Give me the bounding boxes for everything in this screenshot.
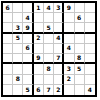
cell-r6c5[interactable] xyxy=(44,54,54,64)
cell-r2c1[interactable] xyxy=(3,13,13,23)
given-digit: 4 xyxy=(25,15,29,21)
cell-r6c7[interactable] xyxy=(64,54,74,64)
cell-r7c6[interactable] xyxy=(54,64,64,74)
cell-r1c6[interactable]: 3 xyxy=(54,3,64,13)
given-digit: 9 xyxy=(36,55,40,61)
cell-r8c2[interactable]: 8 xyxy=(13,75,23,85)
cell-r2c3[interactable]: 4 xyxy=(23,13,33,23)
cell-r6c4[interactable]: 9 xyxy=(34,54,44,64)
given-digit: 2 xyxy=(36,35,40,41)
cell-r1c4[interactable]: 1 xyxy=(34,3,44,13)
cell-r1c5[interactable]: 4 xyxy=(44,3,54,13)
cell-r5c8[interactable] xyxy=(75,44,85,54)
cell-r8c6[interactable] xyxy=(54,75,64,85)
cell-r6c2[interactable] xyxy=(13,54,23,64)
cell-r8c1[interactable] xyxy=(3,75,13,85)
given-digit: 3 xyxy=(67,66,71,72)
cell-r8c8[interactable] xyxy=(75,75,85,85)
cell-r3c3[interactable]: 9 xyxy=(23,23,33,33)
cell-r9c1[interactable] xyxy=(3,85,13,95)
cell-r3c2[interactable]: 3 xyxy=(13,23,23,33)
given-digit: 4 xyxy=(67,45,71,51)
cell-r4c8[interactable] xyxy=(75,34,85,44)
cell-r7c2[interactable] xyxy=(13,64,23,74)
cell-r5c7[interactable]: 4 xyxy=(64,44,74,54)
cell-r6c8[interactable]: 8 xyxy=(75,54,85,64)
cell-r7c9[interactable] xyxy=(85,64,95,74)
given-digit: 5 xyxy=(16,35,20,41)
cell-r1c8[interactable] xyxy=(75,3,85,13)
cell-r4c3[interactable] xyxy=(23,34,33,44)
given-digit: 1 xyxy=(36,5,40,11)
cell-r2c8[interactable]: 6 xyxy=(75,13,85,23)
cell-r5c9[interactable] xyxy=(85,44,95,54)
given-digit: 5 xyxy=(77,66,81,72)
cell-r8c4[interactable] xyxy=(34,75,44,85)
cell-r5c3[interactable]: 6 xyxy=(23,44,33,54)
given-digit: 7 xyxy=(46,87,50,93)
cell-r5c1[interactable] xyxy=(3,44,13,54)
given-digit: 2 xyxy=(67,76,71,82)
cell-r2c5[interactable] xyxy=(44,13,54,23)
cell-r9c4[interactable]: 6 xyxy=(34,85,44,95)
cell-r9c8[interactable] xyxy=(75,85,85,95)
cell-r6c6[interactable]: 7 xyxy=(54,54,64,64)
cell-r1c2[interactable] xyxy=(13,3,23,13)
cell-r9c3[interactable]: 5 xyxy=(23,85,33,95)
cell-r9c5[interactable]: 7 xyxy=(44,85,54,95)
cell-r2c2[interactable] xyxy=(13,13,23,23)
cell-r2c6[interactable] xyxy=(54,13,64,23)
cell-r8c9[interactable] xyxy=(85,75,95,85)
given-digit: 5 xyxy=(25,87,29,93)
given-digit: 4 xyxy=(56,35,60,41)
given-digit: 8 xyxy=(77,55,81,61)
given-digit: 6 xyxy=(6,5,10,11)
cell-r2c4[interactable] xyxy=(34,13,44,23)
given-digit: 8 xyxy=(16,76,20,82)
cell-r1c9[interactable] xyxy=(85,3,95,13)
cell-r9c7[interactable] xyxy=(64,85,74,95)
cell-r1c3[interactable] xyxy=(23,3,33,13)
cell-r3c5[interactable]: 5 xyxy=(44,23,54,33)
cell-r8c5[interactable] xyxy=(44,75,54,85)
given-digit: 8 xyxy=(46,66,50,72)
given-digit: 4 xyxy=(88,87,92,93)
cell-r7c3[interactable] xyxy=(23,64,33,74)
cell-r4c9[interactable] xyxy=(85,34,95,44)
cell-r3c1[interactable] xyxy=(3,23,13,33)
cell-r8c3[interactable] xyxy=(23,75,33,85)
cell-r8c7[interactable]: 2 xyxy=(64,75,74,85)
cell-r4c4[interactable]: 2 xyxy=(34,34,44,44)
given-digit: 4 xyxy=(46,5,50,11)
cell-r1c1[interactable]: 6 xyxy=(3,3,13,13)
cell-r3c7[interactable] xyxy=(64,23,74,33)
cell-r5c5[interactable] xyxy=(44,44,54,54)
cell-r5c4[interactable] xyxy=(34,44,44,54)
cell-r9c2[interactable] xyxy=(13,85,23,95)
sudoku-app: 6143946395524649788358256724 xyxy=(0,0,100,100)
cell-r7c1[interactable] xyxy=(3,64,13,74)
given-digit: 2 xyxy=(56,87,60,93)
cell-r4c5[interactable] xyxy=(44,34,54,44)
cell-r7c8[interactable]: 5 xyxy=(75,64,85,74)
cell-r3c9[interactable] xyxy=(85,23,95,33)
cell-r7c4[interactable] xyxy=(34,64,44,74)
cell-r7c5[interactable]: 8 xyxy=(44,64,54,74)
sudoku-board: 6143946395524649788358256724 xyxy=(1,1,97,97)
given-digit: 3 xyxy=(56,5,60,11)
cell-r7c7[interactable]: 3 xyxy=(64,64,74,74)
given-digit: 6 xyxy=(36,87,40,93)
cell-r4c7[interactable] xyxy=(64,34,74,44)
cell-r6c9[interactable] xyxy=(85,54,95,64)
cell-r5c2[interactable] xyxy=(13,44,23,54)
given-digit: 7 xyxy=(56,55,60,61)
cell-r2c7[interactable] xyxy=(64,13,74,23)
cell-r5c6[interactable] xyxy=(54,44,64,54)
cell-r3c6[interactable] xyxy=(54,23,64,33)
given-digit: 9 xyxy=(67,5,71,11)
sudoku-grid: 6143946395524649788358256724 xyxy=(3,3,95,95)
cell-r4c6[interactable]: 4 xyxy=(54,34,64,44)
cell-r1c7[interactable]: 9 xyxy=(64,3,74,13)
given-digit: 9 xyxy=(25,25,29,31)
cell-r6c1[interactable] xyxy=(3,54,13,64)
cell-r2c9[interactable] xyxy=(85,13,95,23)
given-digit: 3 xyxy=(16,25,20,31)
cell-r4c2[interactable]: 5 xyxy=(13,34,23,44)
cell-r9c6[interactable]: 2 xyxy=(54,85,64,95)
given-digit: 6 xyxy=(77,15,81,21)
given-digit: 5 xyxy=(46,25,50,31)
cell-r6c3[interactable] xyxy=(23,54,33,64)
cell-r3c8[interactable] xyxy=(75,23,85,33)
cell-r9c9[interactable]: 4 xyxy=(85,85,95,95)
cell-r3c4[interactable] xyxy=(34,23,44,33)
given-digit: 6 xyxy=(25,45,29,51)
cell-r4c1[interactable] xyxy=(3,34,13,44)
